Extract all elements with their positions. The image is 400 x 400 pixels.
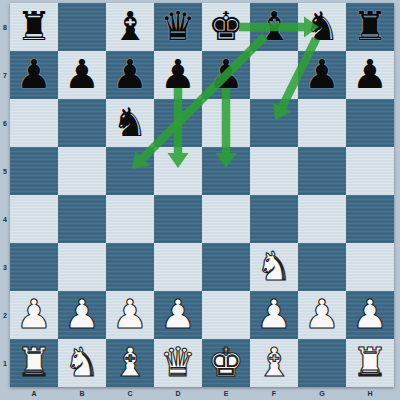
rank-label-6: 6 <box>0 99 10 147</box>
board-grid: ♜♝♛♚♝♞♜♟♟♟♟♟♟♟♞♞♟♟♟♟♟♟♟♜♞♝♛♚♝♜ <box>10 3 394 387</box>
square-e4[interactable] <box>202 195 250 243</box>
square-a7[interactable]: ♟ <box>10 51 58 99</box>
file-label-b: B <box>58 387 106 400</box>
square-c7[interactable]: ♟ <box>106 51 154 99</box>
square-f2[interactable]: ♟ <box>250 291 298 339</box>
piece-white-pawn-c2[interactable]: ♟ <box>106 291 154 339</box>
piece-white-pawn-f2[interactable]: ♟ <box>250 291 298 339</box>
square-b4[interactable] <box>58 195 106 243</box>
square-g4[interactable] <box>298 195 346 243</box>
square-c4[interactable] <box>106 195 154 243</box>
square-f8[interactable]: ♝ <box>250 3 298 51</box>
square-d2[interactable]: ♟ <box>154 291 202 339</box>
rank-label-7: 7 <box>0 51 10 99</box>
square-a1[interactable]: ♜ <box>10 339 58 387</box>
square-b3[interactable] <box>58 243 106 291</box>
piece-black-knight-g8[interactable]: ♞ <box>298 3 346 51</box>
piece-white-king-e1[interactable]: ♚ <box>202 339 250 387</box>
square-b2[interactable]: ♟ <box>58 291 106 339</box>
piece-white-pawn-d2[interactable]: ♟ <box>154 291 202 339</box>
square-f5[interactable] <box>250 147 298 195</box>
piece-white-knight-f3[interactable]: ♞ <box>250 243 298 291</box>
piece-white-rook-a1[interactable]: ♜ <box>10 339 58 387</box>
square-h3[interactable] <box>346 243 394 291</box>
square-g1[interactable] <box>298 339 346 387</box>
square-d3[interactable] <box>154 243 202 291</box>
square-c5[interactable] <box>106 147 154 195</box>
piece-black-pawn-g7[interactable]: ♟ <box>298 51 346 99</box>
piece-black-bishop-c8[interactable]: ♝ <box>106 3 154 51</box>
square-a3[interactable] <box>10 243 58 291</box>
piece-black-pawn-a7[interactable]: ♟ <box>10 51 58 99</box>
square-e6[interactable] <box>202 99 250 147</box>
piece-white-bishop-f1[interactable]: ♝ <box>250 339 298 387</box>
rank-labels: 87654321 <box>0 3 10 387</box>
square-e7[interactable]: ♟ <box>202 51 250 99</box>
square-c1[interactable]: ♝ <box>106 339 154 387</box>
piece-black-rook-a8[interactable]: ♜ <box>10 3 58 51</box>
file-label-g: G <box>298 387 346 400</box>
square-h2[interactable]: ♟ <box>346 291 394 339</box>
square-g3[interactable] <box>298 243 346 291</box>
square-f6[interactable] <box>250 99 298 147</box>
rank-label-1: 1 <box>0 339 10 387</box>
square-f7[interactable] <box>250 51 298 99</box>
square-b1[interactable]: ♞ <box>58 339 106 387</box>
square-a8[interactable]: ♜ <box>10 3 58 51</box>
square-d8[interactable]: ♛ <box>154 3 202 51</box>
piece-black-pawn-c7[interactable]: ♟ <box>106 51 154 99</box>
square-f4[interactable] <box>250 195 298 243</box>
piece-black-knight-c6[interactable]: ♞ <box>106 99 154 147</box>
piece-black-pawn-b7[interactable]: ♟ <box>58 51 106 99</box>
square-c6[interactable]: ♞ <box>106 99 154 147</box>
square-e2[interactable] <box>202 291 250 339</box>
square-g6[interactable] <box>298 99 346 147</box>
piece-white-bishop-c1[interactable]: ♝ <box>106 339 154 387</box>
square-f3[interactable]: ♞ <box>250 243 298 291</box>
file-labels: ABCDEFGH <box>10 387 394 400</box>
square-c2[interactable]: ♟ <box>106 291 154 339</box>
square-d5[interactable] <box>154 147 202 195</box>
file-label-f: F <box>250 387 298 400</box>
rank-label-3: 3 <box>0 243 10 291</box>
square-h4[interactable] <box>346 195 394 243</box>
piece-black-bishop-f8[interactable]: ♝ <box>250 3 298 51</box>
square-g2[interactable]: ♟ <box>298 291 346 339</box>
square-g5[interactable] <box>298 147 346 195</box>
square-e1[interactable]: ♚ <box>202 339 250 387</box>
file-label-a: A <box>10 387 58 400</box>
square-a6[interactable] <box>10 99 58 147</box>
piece-black-queen-d8[interactable]: ♛ <box>154 3 202 51</box>
file-label-c: C <box>106 387 154 400</box>
piece-black-rook-h8[interactable]: ♜ <box>346 3 394 51</box>
square-b7[interactable]: ♟ <box>58 51 106 99</box>
piece-white-pawn-a2[interactable]: ♟ <box>10 291 58 339</box>
square-f1[interactable]: ♝ <box>250 339 298 387</box>
piece-white-queen-d1[interactable]: ♛ <box>154 339 202 387</box>
rank-label-5: 5 <box>0 147 10 195</box>
square-d4[interactable] <box>154 195 202 243</box>
file-label-h: H <box>346 387 394 400</box>
rank-label-8: 8 <box>0 3 10 51</box>
file-label-d: D <box>154 387 202 400</box>
piece-white-rook-h1[interactable]: ♜ <box>346 339 394 387</box>
square-d7[interactable]: ♟ <box>154 51 202 99</box>
square-c8[interactable]: ♝ <box>106 3 154 51</box>
square-a4[interactable] <box>10 195 58 243</box>
square-b5[interactable] <box>58 147 106 195</box>
rank-label-4: 4 <box>0 195 10 243</box>
square-b6[interactable] <box>58 99 106 147</box>
square-d6[interactable] <box>154 99 202 147</box>
chess-app: 87654321 ABCDEFGH ♜♝♛♚♝♞♜♟♟♟♟♟♟♟♞♞♟♟♟♟♟♟… <box>0 0 400 400</box>
piece-black-king-e8[interactable]: ♚ <box>202 3 250 51</box>
square-a5[interactable] <box>10 147 58 195</box>
square-d1[interactable]: ♛ <box>154 339 202 387</box>
square-h7[interactable]: ♟ <box>346 51 394 99</box>
square-c3[interactable] <box>106 243 154 291</box>
file-label-e: E <box>202 387 250 400</box>
square-h6[interactable] <box>346 99 394 147</box>
square-e5[interactable] <box>202 147 250 195</box>
piece-black-pawn-d7[interactable]: ♟ <box>154 51 202 99</box>
square-b8[interactable] <box>58 3 106 51</box>
piece-black-pawn-e7[interactable]: ♟ <box>202 51 250 99</box>
square-a2[interactable]: ♟ <box>10 291 58 339</box>
piece-white-pawn-b2[interactable]: ♟ <box>58 291 106 339</box>
piece-white-pawn-h2[interactable]: ♟ <box>346 291 394 339</box>
piece-white-pawn-g2[interactable]: ♟ <box>298 291 346 339</box>
piece-black-pawn-h7[interactable]: ♟ <box>346 51 394 99</box>
square-e8[interactable]: ♚ <box>202 3 250 51</box>
square-h5[interactable] <box>346 147 394 195</box>
square-g8[interactable]: ♞ <box>298 3 346 51</box>
rank-label-2: 2 <box>0 291 10 339</box>
square-h8[interactable]: ♜ <box>346 3 394 51</box>
piece-white-knight-b1[interactable]: ♞ <box>58 339 106 387</box>
square-h1[interactable]: ♜ <box>346 339 394 387</box>
square-g7[interactable]: ♟ <box>298 51 346 99</box>
square-e3[interactable] <box>202 243 250 291</box>
